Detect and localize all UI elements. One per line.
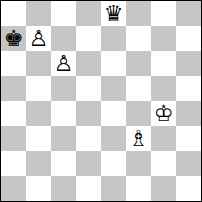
square-d1[interactable] bbox=[76, 176, 101, 201]
square-f3[interactable]: ♗ bbox=[126, 126, 151, 151]
square-a6[interactable] bbox=[1, 51, 26, 76]
piece-black-king: ♚ bbox=[1, 26, 26, 51]
square-f5[interactable] bbox=[126, 76, 151, 101]
square-g8[interactable] bbox=[151, 1, 176, 26]
square-f8[interactable] bbox=[126, 1, 151, 26]
square-c2[interactable] bbox=[51, 151, 76, 176]
square-a1[interactable] bbox=[1, 176, 26, 201]
square-b6[interactable] bbox=[26, 51, 51, 76]
chess-board: ♛♚♙♙♔♗ bbox=[1, 1, 201, 201]
square-d8[interactable] bbox=[76, 1, 101, 26]
square-a4[interactable] bbox=[1, 101, 26, 126]
square-d4[interactable] bbox=[76, 101, 101, 126]
square-e3[interactable] bbox=[101, 126, 126, 151]
piece-white-king: ♔ bbox=[151, 101, 176, 126]
square-e8[interactable]: ♛ bbox=[101, 1, 126, 26]
square-g5[interactable] bbox=[151, 76, 176, 101]
square-c7[interactable] bbox=[51, 26, 76, 51]
square-f2[interactable] bbox=[126, 151, 151, 176]
square-e4[interactable] bbox=[101, 101, 126, 126]
square-g7[interactable] bbox=[151, 26, 176, 51]
square-c5[interactable] bbox=[51, 76, 76, 101]
square-b5[interactable] bbox=[26, 76, 51, 101]
square-b3[interactable] bbox=[26, 126, 51, 151]
piece-white-pawn: ♙ bbox=[26, 26, 51, 51]
square-g2[interactable] bbox=[151, 151, 176, 176]
square-h2[interactable] bbox=[176, 151, 201, 176]
square-d2[interactable] bbox=[76, 151, 101, 176]
square-e7[interactable] bbox=[101, 26, 126, 51]
square-d6[interactable] bbox=[76, 51, 101, 76]
square-h3[interactable] bbox=[176, 126, 201, 151]
piece-white-pawn: ♙ bbox=[51, 51, 76, 76]
square-a7[interactable]: ♚ bbox=[1, 26, 26, 51]
square-f6[interactable] bbox=[126, 51, 151, 76]
square-g3[interactable] bbox=[151, 126, 176, 151]
square-g1[interactable] bbox=[151, 176, 176, 201]
square-h7[interactable] bbox=[176, 26, 201, 51]
square-e5[interactable] bbox=[101, 76, 126, 101]
square-b8[interactable] bbox=[26, 1, 51, 26]
square-d7[interactable] bbox=[76, 26, 101, 51]
square-a5[interactable] bbox=[1, 76, 26, 101]
square-c1[interactable] bbox=[51, 176, 76, 201]
square-a3[interactable] bbox=[1, 126, 26, 151]
square-a2[interactable] bbox=[1, 151, 26, 176]
square-g6[interactable] bbox=[151, 51, 176, 76]
square-a8[interactable] bbox=[1, 1, 26, 26]
square-f7[interactable] bbox=[126, 26, 151, 51]
square-c4[interactable] bbox=[51, 101, 76, 126]
square-b2[interactable] bbox=[26, 151, 51, 176]
square-e2[interactable] bbox=[101, 151, 126, 176]
square-h5[interactable] bbox=[176, 76, 201, 101]
square-f4[interactable] bbox=[126, 101, 151, 126]
square-d5[interactable] bbox=[76, 76, 101, 101]
square-b7[interactable]: ♙ bbox=[26, 26, 51, 51]
square-h8[interactable] bbox=[176, 1, 201, 26]
square-c6[interactable]: ♙ bbox=[51, 51, 76, 76]
piece-white-bishop: ♗ bbox=[126, 126, 151, 151]
square-h1[interactable] bbox=[176, 176, 201, 201]
square-h6[interactable] bbox=[176, 51, 201, 76]
square-f1[interactable] bbox=[126, 176, 151, 201]
square-g4[interactable]: ♔ bbox=[151, 101, 176, 126]
square-c3[interactable] bbox=[51, 126, 76, 151]
square-e1[interactable] bbox=[101, 176, 126, 201]
piece-black-queen: ♛ bbox=[101, 1, 126, 26]
chess-board-frame: ♛♚♙♙♔♗ bbox=[0, 0, 202, 202]
square-d3[interactable] bbox=[76, 126, 101, 151]
square-b4[interactable] bbox=[26, 101, 51, 126]
square-h4[interactable] bbox=[176, 101, 201, 126]
square-c8[interactable] bbox=[51, 1, 76, 26]
square-b1[interactable] bbox=[26, 176, 51, 201]
square-e6[interactable] bbox=[101, 51, 126, 76]
